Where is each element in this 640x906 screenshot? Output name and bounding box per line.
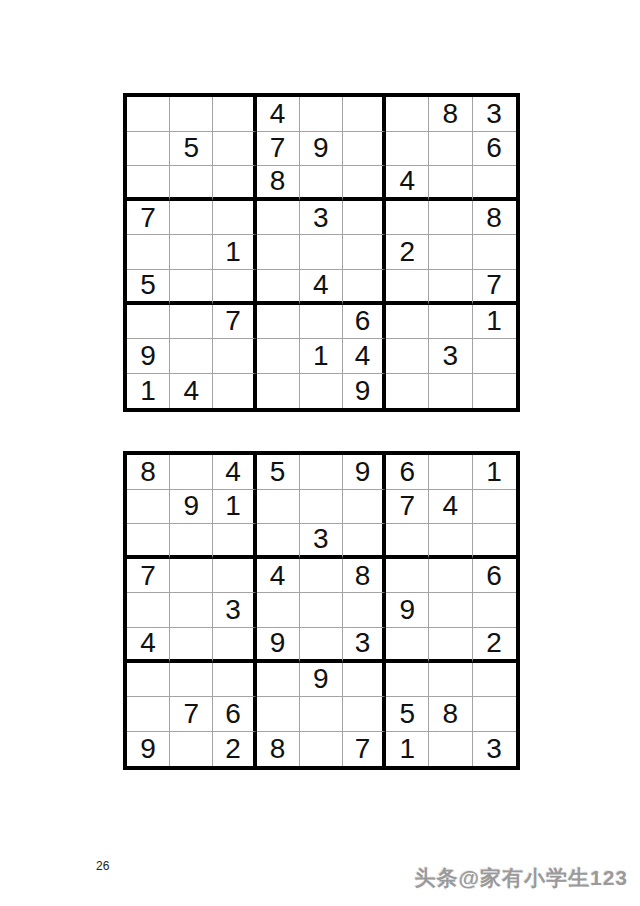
cell-r7c1 [127, 663, 170, 698]
cell-r4c4 [257, 201, 300, 236]
cell-r1c1 [127, 97, 170, 132]
cell-r8c6: 4 [343, 339, 386, 374]
cell-r1c8: 8 [429, 97, 472, 132]
cell-r2c2: 9 [170, 490, 213, 525]
cell-r5c4 [257, 235, 300, 270]
sudoku-grid-1: 483579684738125477619143149 [123, 93, 520, 412]
cell-r5c5 [300, 593, 343, 628]
cell-r7c7 [386, 305, 429, 340]
cell-r2c1 [127, 490, 170, 525]
cell-r3c7: 4 [386, 166, 429, 201]
cell-r6c3 [213, 628, 256, 663]
cell-r7c3 [213, 663, 256, 698]
cell-r6c1: 5 [127, 270, 170, 305]
cell-r7c6: 6 [343, 305, 386, 340]
sudoku-grid-2: 84596191743748639493297658928713 [123, 451, 520, 770]
cell-r5c1 [127, 593, 170, 628]
cell-r1c5 [300, 97, 343, 132]
cell-r3c4 [257, 524, 300, 559]
cell-r6c2 [170, 628, 213, 663]
cell-r8c1: 9 [127, 339, 170, 374]
cell-r7c6 [343, 663, 386, 698]
watermark-text: 头条@家有小学生123 [414, 864, 628, 892]
cell-r9c6: 7 [343, 732, 386, 767]
cell-r2c9: 6 [473, 132, 516, 167]
cell-r1c4: 5 [257, 455, 300, 490]
cell-r9c6: 9 [343, 374, 386, 409]
cell-r5c3: 3 [213, 593, 256, 628]
cell-r3c3 [213, 524, 256, 559]
cell-r5c8 [429, 593, 472, 628]
cell-r4c7 [386, 201, 429, 236]
cell-r9c1: 9 [127, 732, 170, 767]
cell-r9c8 [429, 732, 472, 767]
cell-r8c8: 8 [429, 697, 472, 732]
cell-r2c4 [257, 490, 300, 525]
cell-r7c4 [257, 663, 300, 698]
cell-r3c5: 3 [300, 524, 343, 559]
cell-r9c7: 1 [386, 732, 429, 767]
cell-r4c8 [429, 559, 472, 594]
cell-r5c2 [170, 593, 213, 628]
cell-r8c2 [170, 339, 213, 374]
cell-r2c4: 7 [257, 132, 300, 167]
cell-r9c7 [386, 374, 429, 409]
cell-r6c7 [386, 628, 429, 663]
cell-r7c5: 9 [300, 663, 343, 698]
cell-r1c9: 1 [473, 455, 516, 490]
cell-r2c3 [213, 132, 256, 167]
cell-r2c1 [127, 132, 170, 167]
cell-r3c6 [343, 166, 386, 201]
cell-r9c9: 3 [473, 732, 516, 767]
cell-r6c4: 9 [257, 628, 300, 663]
cell-r7c2 [170, 305, 213, 340]
cell-r4c9: 8 [473, 201, 516, 236]
cell-r3c2 [170, 166, 213, 201]
cell-r6c9: 7 [473, 270, 516, 305]
cell-r2c3: 1 [213, 490, 256, 525]
cell-r1c3 [213, 97, 256, 132]
cell-r7c8 [429, 663, 472, 698]
cell-r7c4 [257, 305, 300, 340]
cell-r2c2: 5 [170, 132, 213, 167]
cell-r8c5: 1 [300, 339, 343, 374]
cell-r6c5: 4 [300, 270, 343, 305]
cell-r5c9 [473, 235, 516, 270]
cell-r7c9: 1 [473, 305, 516, 340]
cell-r8c4 [257, 339, 300, 374]
cell-r3c2 [170, 524, 213, 559]
cell-r8c9 [473, 339, 516, 374]
cell-r1c1: 8 [127, 455, 170, 490]
cell-r8c6 [343, 697, 386, 732]
cell-r5c6 [343, 235, 386, 270]
cell-r1c6: 9 [343, 455, 386, 490]
cell-r3c9 [473, 166, 516, 201]
cell-r1c5 [300, 455, 343, 490]
cell-r5c6 [343, 593, 386, 628]
cell-r9c5 [300, 374, 343, 409]
cell-r4c1: 7 [127, 201, 170, 236]
cell-r9c1: 1 [127, 374, 170, 409]
cell-r5c3: 1 [213, 235, 256, 270]
cell-r2c5 [300, 490, 343, 525]
cell-r4c5: 3 [300, 201, 343, 236]
cell-r5c8 [429, 235, 472, 270]
cell-r1c9: 3 [473, 97, 516, 132]
cell-r7c7 [386, 663, 429, 698]
cell-r5c7: 9 [386, 593, 429, 628]
cell-r6c4 [257, 270, 300, 305]
cell-r4c1: 7 [127, 559, 170, 594]
cell-r9c4: 8 [257, 732, 300, 767]
cell-r6c3 [213, 270, 256, 305]
cell-r4c6 [343, 201, 386, 236]
cell-r9c2: 4 [170, 374, 213, 409]
cell-r4c2 [170, 201, 213, 236]
cell-r9c9 [473, 374, 516, 409]
cell-r6c8 [429, 270, 472, 305]
cell-r1c2 [170, 455, 213, 490]
cell-r2c5: 9 [300, 132, 343, 167]
cell-r3c6 [343, 524, 386, 559]
cell-r6c8 [429, 628, 472, 663]
cell-r3c1 [127, 166, 170, 201]
cell-r2c9 [473, 490, 516, 525]
cell-r8c3 [213, 339, 256, 374]
cell-r8c4 [257, 697, 300, 732]
worksheet-page: 483579684738125477619143149 845961917437… [0, 0, 640, 906]
cell-r3c8 [429, 524, 472, 559]
cell-r3c5 [300, 166, 343, 201]
cell-r2c7: 7 [386, 490, 429, 525]
cell-r7c3: 7 [213, 305, 256, 340]
cell-r3c8 [429, 166, 472, 201]
cell-r6c6: 3 [343, 628, 386, 663]
cell-r3c3 [213, 166, 256, 201]
cell-r5c9 [473, 593, 516, 628]
cell-r3c9 [473, 524, 516, 559]
cell-r3c7 [386, 524, 429, 559]
cell-r4c3 [213, 559, 256, 594]
cell-r1c4: 4 [257, 97, 300, 132]
cell-r1c2 [170, 97, 213, 132]
cell-r4c8 [429, 201, 472, 236]
cell-r5c4 [257, 593, 300, 628]
cell-r8c2: 7 [170, 697, 213, 732]
cell-r5c5 [300, 235, 343, 270]
cell-r9c5 [300, 732, 343, 767]
cell-r1c8 [429, 455, 472, 490]
cell-r2c7 [386, 132, 429, 167]
cell-r8c1 [127, 697, 170, 732]
cell-r2c6 [343, 490, 386, 525]
cell-r1c6 [343, 97, 386, 132]
cell-r4c9: 6 [473, 559, 516, 594]
cell-r2c8 [429, 132, 472, 167]
cell-r7c5 [300, 305, 343, 340]
cell-r5c2 [170, 235, 213, 270]
cell-r8c3: 6 [213, 697, 256, 732]
cell-r9c3 [213, 374, 256, 409]
cell-r4c4: 4 [257, 559, 300, 594]
cell-r4c6: 8 [343, 559, 386, 594]
cell-r9c8 [429, 374, 472, 409]
cell-r6c2 [170, 270, 213, 305]
cell-r8c5 [300, 697, 343, 732]
cell-r6c1: 4 [127, 628, 170, 663]
cell-r3c1 [127, 524, 170, 559]
cell-r9c4 [257, 374, 300, 409]
page-number: 26 [96, 859, 109, 873]
cell-r4c5 [300, 559, 343, 594]
cell-r1c3: 4 [213, 455, 256, 490]
cell-r7c8 [429, 305, 472, 340]
cell-r4c3 [213, 201, 256, 236]
cell-r8c7 [386, 339, 429, 374]
cell-r8c9 [473, 697, 516, 732]
cell-r6c5 [300, 628, 343, 663]
cell-r8c8: 3 [429, 339, 472, 374]
cell-r5c7: 2 [386, 235, 429, 270]
cell-r7c1 [127, 305, 170, 340]
cell-r6c9: 2 [473, 628, 516, 663]
cell-r5c1 [127, 235, 170, 270]
cell-r7c9 [473, 663, 516, 698]
cell-r2c6 [343, 132, 386, 167]
cell-r4c7 [386, 559, 429, 594]
cell-r8c7: 5 [386, 697, 429, 732]
cell-r4c2 [170, 559, 213, 594]
cell-r3c4: 8 [257, 166, 300, 201]
cell-r1c7 [386, 97, 429, 132]
cell-r6c6 [343, 270, 386, 305]
cell-r1c7: 6 [386, 455, 429, 490]
cell-r9c2 [170, 732, 213, 767]
cell-r7c2 [170, 663, 213, 698]
cell-r2c8: 4 [429, 490, 472, 525]
cell-r6c7 [386, 270, 429, 305]
cell-r9c3: 2 [213, 732, 256, 767]
